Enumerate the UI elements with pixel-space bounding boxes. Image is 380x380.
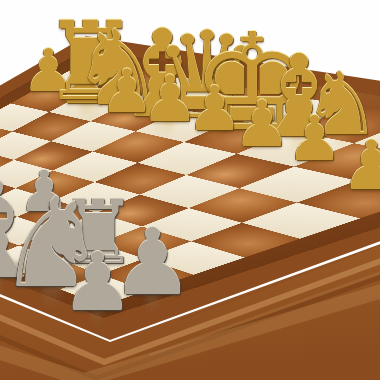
- chess-set-photo: ♜♞♝♛♚♝♞♟♟♟♟♟♟♟♟♝♟♞♜♟♟: [0, 0, 380, 380]
